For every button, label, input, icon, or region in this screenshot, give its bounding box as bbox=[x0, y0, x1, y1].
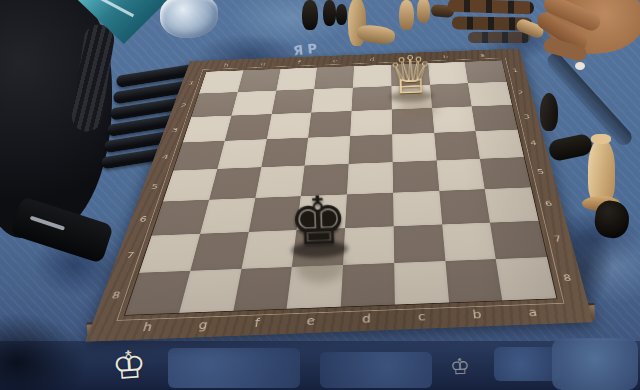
square-f3[interactable] bbox=[266, 112, 311, 139]
square-f8[interactable] bbox=[233, 267, 292, 311]
square-f2[interactable] bbox=[271, 89, 314, 114]
coord-label: 1 bbox=[188, 79, 196, 85]
square-f1[interactable] bbox=[276, 68, 317, 91]
coord-label: 6 bbox=[138, 214, 148, 223]
square-h2[interactable] bbox=[191, 92, 237, 117]
coord-label: e bbox=[306, 314, 316, 327]
coord-label: 3 bbox=[523, 113, 531, 120]
coord-label: 8 bbox=[111, 289, 123, 301]
square-b6[interactable] bbox=[439, 189, 490, 224]
coord-label: 4 bbox=[529, 139, 537, 147]
square-d6[interactable] bbox=[345, 193, 393, 228]
coord-label: f bbox=[297, 60, 301, 65]
square-c7[interactable] bbox=[393, 224, 445, 263]
coord-label: 2 bbox=[517, 89, 524, 95]
coord-label: g bbox=[198, 318, 210, 331]
square-a1[interactable] bbox=[465, 60, 507, 83]
coord-label: 7 bbox=[553, 233, 563, 243]
square-b7[interactable] bbox=[442, 222, 496, 261]
coord-label: 7 bbox=[125, 249, 136, 259]
piece-white-queen[interactable]: ♕ bbox=[383, 38, 437, 102]
square-c3[interactable] bbox=[392, 108, 434, 135]
coord-label: 1 bbox=[512, 67, 519, 73]
square-g7[interactable] bbox=[190, 232, 248, 271]
square-c8[interactable] bbox=[394, 261, 449, 304]
square-d4[interactable] bbox=[349, 135, 393, 164]
coord-label: b bbox=[472, 307, 482, 320]
square-a8[interactable] bbox=[496, 257, 556, 300]
square-e4[interactable] bbox=[305, 136, 350, 165]
scene: ♔ ♔ Я Р hgfedcba hg bbox=[0, 0, 640, 390]
coord-label: f bbox=[254, 316, 261, 329]
square-a2[interactable] bbox=[468, 82, 512, 107]
square-f4[interactable] bbox=[261, 138, 308, 167]
square-g1[interactable] bbox=[238, 69, 281, 92]
square-e8[interactable] bbox=[287, 265, 343, 309]
coord-label: 6 bbox=[544, 199, 553, 208]
square-d5[interactable] bbox=[347, 162, 393, 194]
square-e1[interactable] bbox=[314, 66, 354, 89]
square-g5[interactable] bbox=[209, 167, 261, 199]
square-a4[interactable] bbox=[476, 130, 524, 159]
coord-label: 2 bbox=[180, 102, 188, 109]
square-c5[interactable] bbox=[392, 160, 438, 192]
square-c6[interactable] bbox=[393, 191, 442, 226]
square-b3[interactable] bbox=[432, 106, 476, 133]
square-d3[interactable] bbox=[350, 109, 392, 136]
square-e3[interactable] bbox=[308, 111, 351, 138]
square-e2[interactable] bbox=[311, 88, 352, 113]
square-g2[interactable] bbox=[231, 90, 276, 115]
square-b4[interactable] bbox=[434, 131, 480, 160]
coord-label: d bbox=[370, 57, 375, 62]
square-a5[interactable] bbox=[480, 157, 531, 189]
square-b8[interactable] bbox=[445, 259, 503, 302]
coord-label: 5 bbox=[536, 167, 545, 175]
coord-label: g bbox=[260, 61, 266, 66]
square-g6[interactable] bbox=[200, 198, 255, 234]
square-c4[interactable] bbox=[392, 133, 436, 162]
square-g8[interactable] bbox=[179, 269, 241, 313]
square-g3[interactable] bbox=[225, 114, 272, 141]
coord-label: a bbox=[527, 305, 538, 318]
board-wrap: hgfedcba hgfedcba 12345678 12345678 ♕♚ bbox=[0, 0, 640, 390]
coord-label: 4 bbox=[161, 153, 170, 161]
piece-black-king[interactable]: ♚ bbox=[284, 175, 351, 255]
coord-label: c bbox=[418, 309, 426, 322]
coord-label: 5 bbox=[150, 182, 160, 191]
coord-label: a bbox=[480, 53, 486, 58]
coord-label: h bbox=[223, 63, 230, 68]
square-a7[interactable] bbox=[490, 220, 547, 259]
coord-label: e bbox=[332, 58, 337, 63]
coord-label: 3 bbox=[171, 126, 180, 133]
square-b5[interactable] bbox=[436, 159, 485, 191]
square-h1[interactable] bbox=[199, 70, 243, 93]
square-a3[interactable] bbox=[472, 105, 518, 132]
square-d8[interactable] bbox=[341, 263, 395, 306]
square-a6[interactable] bbox=[485, 187, 539, 222]
coord-label: 8 bbox=[562, 272, 573, 283]
square-g4[interactable] bbox=[217, 139, 266, 169]
coord-label: h bbox=[141, 320, 154, 333]
coord-label: b bbox=[443, 54, 449, 59]
coord-label: d bbox=[362, 311, 371, 324]
